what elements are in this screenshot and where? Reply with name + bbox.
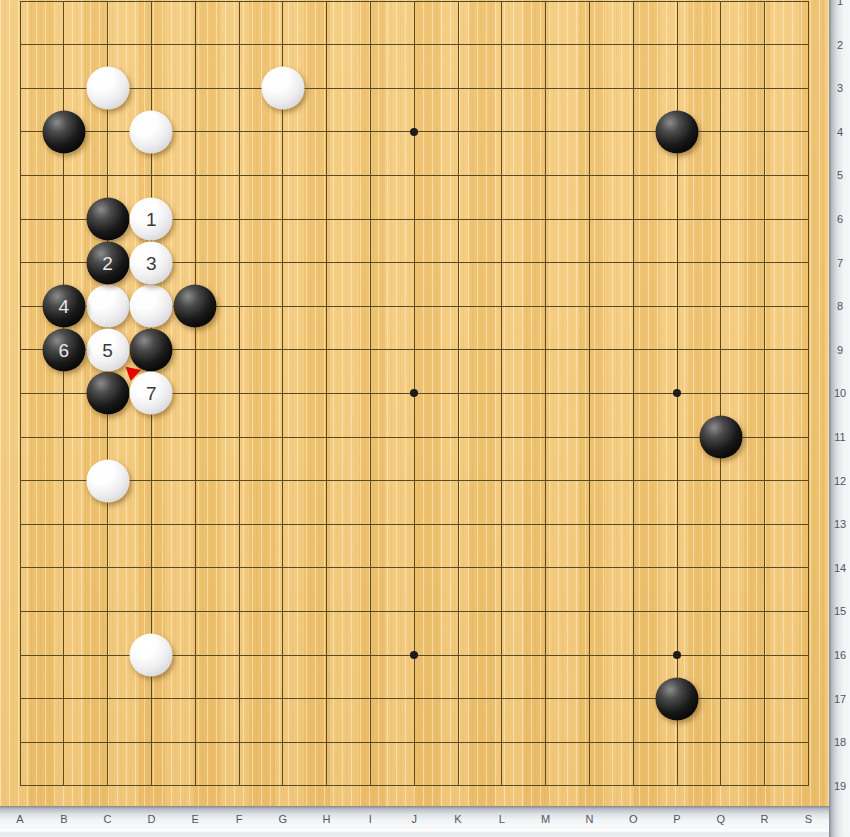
stone-black-P4[interactable] (656, 110, 699, 153)
row-label-3: 3 (837, 83, 843, 94)
row-label-11: 11 (834, 432, 845, 443)
row-label-12: 12 (834, 475, 846, 486)
row-label-1: 1 (837, 0, 843, 7)
col-label-Q: Q (717, 814, 726, 825)
move-number: 7 (146, 384, 157, 403)
row-label-10: 10 (834, 388, 846, 399)
stone-black-P17[interactable] (656, 677, 699, 720)
star-point (673, 389, 681, 397)
grid-line-vertical (458, 1, 459, 786)
row-label-8: 8 (837, 301, 843, 312)
stone-black-E8[interactable] (174, 285, 217, 328)
col-label-K: K (454, 814, 461, 825)
stone-white-D7[interactable]: 3 (130, 241, 173, 284)
grid-line-vertical (633, 1, 634, 786)
row-label-6: 6 (837, 214, 843, 225)
col-label-H: H (323, 814, 331, 825)
row-label-19: 19 (834, 780, 846, 791)
row-label-9: 9 (837, 344, 843, 355)
star-point (673, 651, 681, 659)
grid-line-horizontal (20, 742, 809, 743)
stone-black-D9[interactable] (130, 328, 173, 371)
stone-white-C12[interactable] (86, 459, 129, 502)
stone-white-C8[interactable] (86, 285, 129, 328)
row-coordinates-strip: 12345678910111213141516171819 (829, 0, 850, 837)
col-label-E: E (192, 814, 199, 825)
col-label-P: P (673, 814, 680, 825)
row-label-14: 14 (834, 562, 846, 573)
col-label-B: B (60, 814, 67, 825)
row-label-15: 15 (834, 606, 846, 617)
stone-white-C3[interactable] (86, 67, 129, 110)
last-move-marker-icon (123, 367, 141, 383)
row-label-2: 2 (837, 39, 843, 50)
stone-white-G3[interactable] (261, 67, 304, 110)
stone-black-C7[interactable]: 2 (86, 241, 129, 284)
grid-line-horizontal (20, 567, 809, 568)
grid-line-horizontal (20, 175, 809, 176)
grid-line-vertical (808, 1, 809, 786)
row-label-7: 7 (837, 257, 843, 268)
grid-line-horizontal (20, 480, 809, 481)
col-label-F: F (236, 814, 243, 825)
move-number: 4 (59, 297, 70, 316)
move-number: 3 (146, 253, 157, 272)
row-label-16: 16 (834, 650, 846, 661)
row-label-18: 18 (834, 737, 846, 748)
grid-line-horizontal (20, 437, 809, 438)
grid-line-vertical (501, 1, 502, 786)
row-label-5: 5 (837, 170, 843, 181)
grid-line-horizontal (20, 44, 809, 45)
column-coordinates-strip: ABCDEFGHIJKLMNOPQRS (0, 806, 829, 837)
row-label-4: 4 (837, 126, 843, 137)
move-number: 2 (102, 253, 113, 272)
go-app-window: 1234567 12345678910111213141516171819 AB… (0, 0, 850, 837)
stone-white-D6[interactable]: 1 (130, 198, 173, 241)
stone-black-Q11[interactable] (699, 416, 742, 459)
grid-line-vertical (589, 1, 590, 786)
row-label-13: 13 (834, 519, 846, 530)
grid-line-vertical (764, 1, 765, 786)
row-label-17: 17 (834, 693, 846, 704)
move-number: 6 (59, 340, 70, 359)
stone-white-D4[interactable] (130, 110, 173, 153)
star-point (410, 389, 418, 397)
col-label-J: J (411, 814, 417, 825)
grid-line-horizontal (20, 611, 809, 612)
grid-line-vertical (545, 1, 546, 786)
col-label-L: L (499, 814, 505, 825)
col-label-N: N (585, 814, 593, 825)
col-label-D: D (147, 814, 155, 825)
go-board[interactable]: 1234567 (0, 0, 829, 806)
col-label-O: O (629, 814, 638, 825)
col-label-M: M (541, 814, 550, 825)
star-point (410, 128, 418, 136)
col-label-S: S (805, 814, 812, 825)
stone-white-C9[interactable]: 5 (86, 328, 129, 371)
stone-black-C6[interactable] (86, 198, 129, 241)
col-label-C: C (104, 814, 112, 825)
stone-black-B9[interactable]: 6 (42, 328, 85, 371)
grid-line-horizontal (20, 524, 809, 525)
grid-line-horizontal (20, 785, 809, 786)
move-number: 5 (102, 340, 113, 359)
grid-line-horizontal (20, 1, 809, 2)
move-number: 1 (146, 210, 157, 229)
grid-line-horizontal (20, 88, 809, 89)
grid-line-vertical (720, 1, 721, 786)
col-label-A: A (16, 814, 23, 825)
stone-white-D8[interactable] (130, 285, 173, 328)
stone-black-B4[interactable] (42, 110, 85, 153)
col-label-I: I (369, 814, 372, 825)
col-label-G: G (279, 814, 288, 825)
star-point (410, 651, 418, 659)
col-label-R: R (761, 814, 769, 825)
stone-white-D16[interactable] (130, 634, 173, 677)
stone-black-B8[interactable]: 4 (42, 285, 85, 328)
